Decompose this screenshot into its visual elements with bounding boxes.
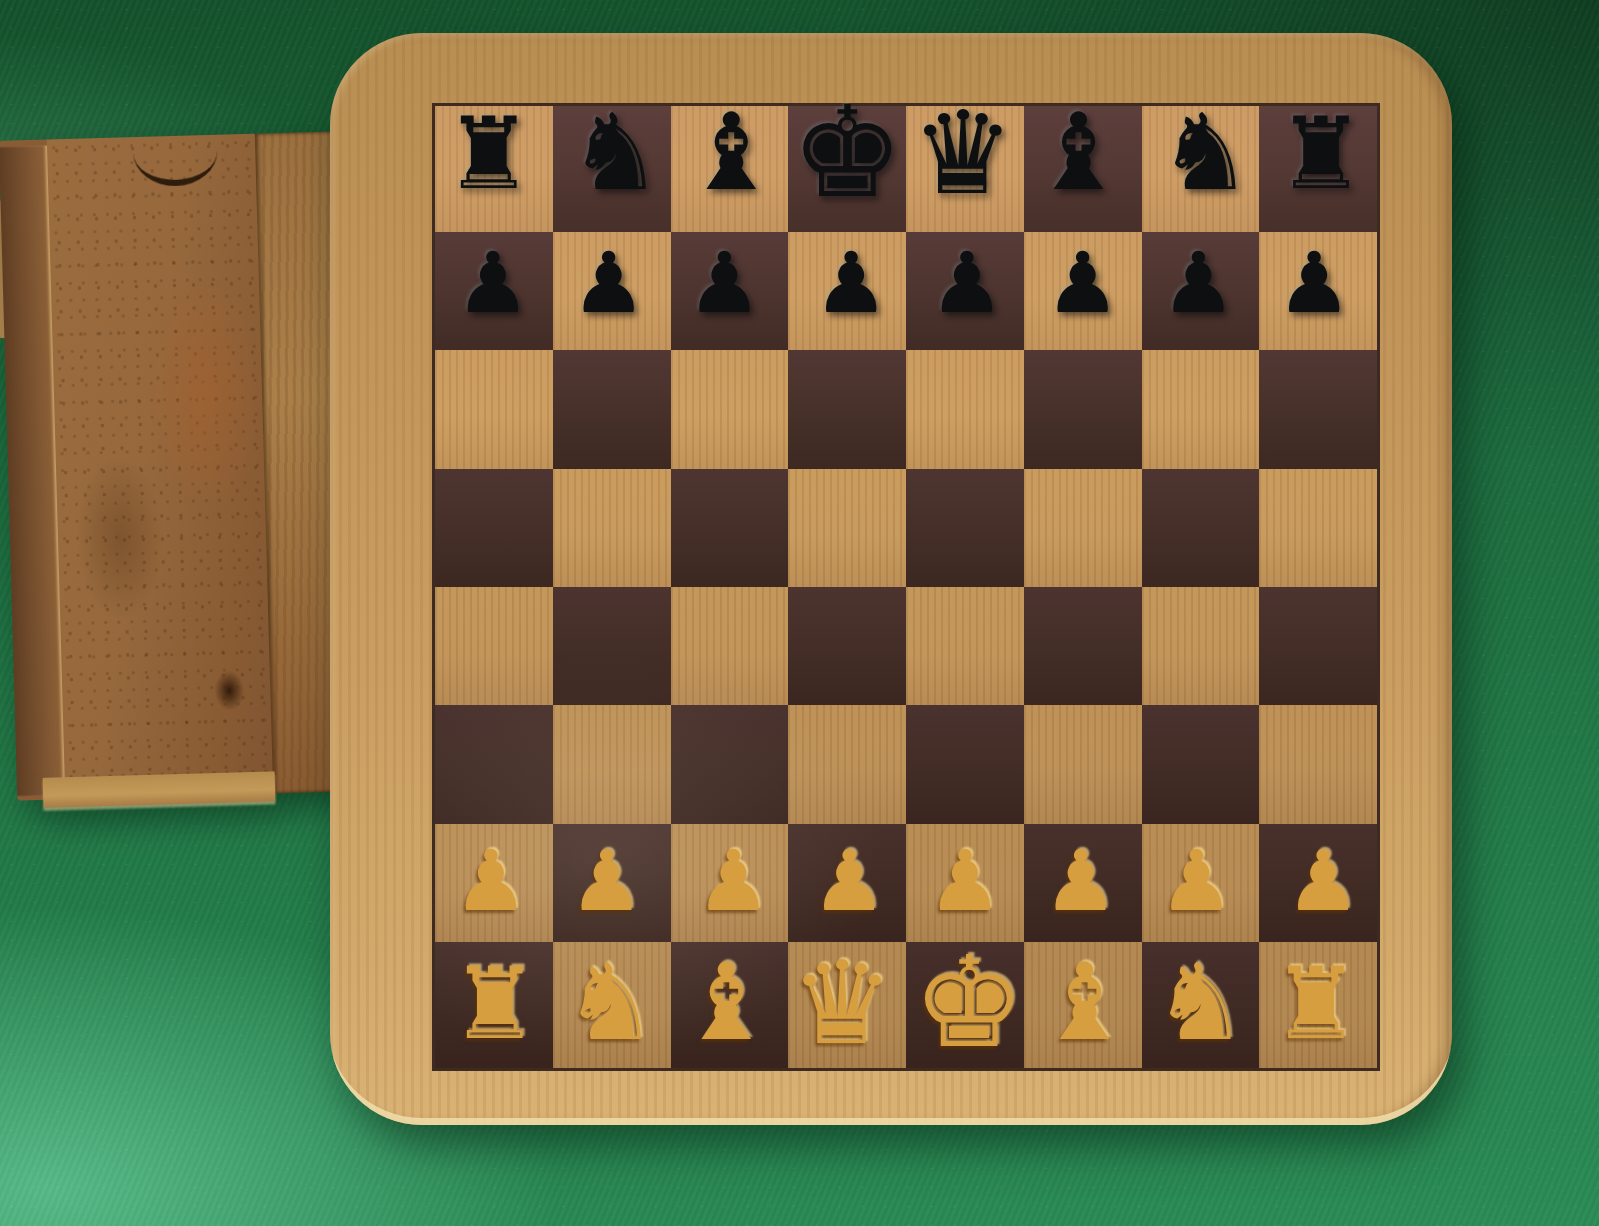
square-a7[interactable]: ♟ [435, 232, 553, 350]
square-b2[interactable]: ♟ [553, 824, 671, 942]
square-f5[interactable] [1024, 469, 1142, 587]
square-b4[interactable] [553, 587, 671, 705]
box-end-cap [43, 771, 276, 807]
square-e2[interactable]: ♟ [906, 824, 1024, 942]
square-g4[interactable] [1142, 587, 1260, 705]
white-pawn[interactable]: ♟ [1043, 839, 1118, 923]
square-g8[interactable]: ♞ [1142, 106, 1260, 232]
white-pawn[interactable]: ♟ [1159, 839, 1234, 923]
square-a1[interactable]: ♜ [435, 942, 553, 1068]
square-f7[interactable]: ♟ [1024, 232, 1142, 350]
white-pawn[interactable]: ♟ [696, 839, 771, 923]
square-d8[interactable]: ♚ [788, 106, 906, 232]
black-queen[interactable]: ♛ [911, 96, 1014, 211]
square-e3[interactable] [906, 705, 1024, 823]
black-pawn[interactable]: ♟ [813, 241, 888, 325]
square-a2[interactable]: ♟ [435, 824, 553, 942]
square-b8[interactable]: ♞ [553, 106, 671, 232]
square-f4[interactable] [1024, 587, 1142, 705]
square-e5[interactable] [906, 469, 1024, 587]
square-f8[interactable]: ♝ [1024, 106, 1142, 232]
square-b5[interactable] [553, 469, 671, 587]
white-knight[interactable]: ♞ [563, 950, 658, 1056]
black-rook[interactable]: ♜ [1277, 104, 1366, 203]
white-pawn[interactable]: ♟ [927, 839, 1002, 923]
box-wood-knot [214, 670, 245, 711]
playing-area: ♜♞♝♚♛♝♞♜♟♟♟♟♟♟♟♟♟♟♟♟♟♟♟♟♜♞♝♛♚♝♞♜ [432, 103, 1380, 1071]
white-knight[interactable]: ♞ [1153, 950, 1248, 1056]
square-g6[interactable] [1142, 350, 1260, 468]
black-pawn[interactable]: ♟ [455, 241, 530, 325]
square-c2[interactable]: ♟ [671, 824, 789, 942]
black-knight[interactable]: ♞ [568, 100, 663, 206]
square-a6[interactable] [435, 350, 553, 468]
box-thumb-notch [133, 151, 218, 187]
square-h2[interactable]: ♟ [1259, 824, 1377, 942]
square-e4[interactable] [906, 587, 1024, 705]
white-pawn[interactable]: ♟ [811, 839, 886, 923]
black-knight[interactable]: ♞ [1158, 100, 1253, 206]
black-pawn[interactable]: ♟ [1276, 241, 1351, 325]
square-d3[interactable] [788, 705, 906, 823]
black-pawn[interactable]: ♟ [571, 241, 646, 325]
square-h8[interactable]: ♜ [1259, 106, 1377, 232]
square-e7[interactable]: ♟ [906, 232, 1024, 350]
square-a4[interactable] [435, 587, 553, 705]
square-h5[interactable] [1259, 469, 1377, 587]
white-pawn[interactable]: ♟ [1285, 839, 1360, 923]
black-pawn[interactable]: ♟ [1161, 241, 1236, 325]
square-c3[interactable] [671, 705, 789, 823]
square-d6[interactable] [788, 350, 906, 468]
square-f3[interactable] [1024, 705, 1142, 823]
square-e8[interactable]: ♛ [906, 106, 1024, 232]
square-c7[interactable]: ♟ [671, 232, 789, 350]
white-king[interactable]: ♚ [912, 940, 1025, 1066]
white-rook[interactable]: ♜ [1272, 954, 1361, 1053]
square-f1[interactable]: ♝ [1024, 942, 1142, 1068]
black-bishop[interactable]: ♝ [684, 100, 779, 206]
square-b6[interactable] [553, 350, 671, 468]
square-d4[interactable] [788, 587, 906, 705]
square-b3[interactable] [553, 705, 671, 823]
scene: ♜♞♝♚♛♝♞♜♟♟♟♟♟♟♟♟♟♟♟♟♟♟♟♟♜♞♝♛♚♝♞♜ [0, 0, 1599, 1226]
chess-board: ♜♞♝♚♛♝♞♜♟♟♟♟♟♟♟♟♟♟♟♟♟♟♟♟♜♞♝♛♚♝♞♜ [330, 33, 1452, 1125]
square-b1[interactable]: ♞ [553, 942, 671, 1068]
square-g7[interactable]: ♟ [1142, 232, 1260, 350]
square-g2[interactable]: ♟ [1142, 824, 1260, 942]
square-f6[interactable] [1024, 350, 1142, 468]
square-g5[interactable] [1142, 469, 1260, 587]
black-pawn[interactable]: ♟ [929, 241, 1004, 325]
square-e6[interactable] [906, 350, 1024, 468]
white-bishop[interactable]: ♝ [1037, 950, 1132, 1056]
square-g1[interactable]: ♞ [1142, 942, 1260, 1068]
square-c6[interactable] [671, 350, 789, 468]
black-rook[interactable]: ♜ [444, 104, 533, 203]
black-pawn[interactable]: ♟ [687, 241, 762, 325]
square-h7[interactable]: ♟ [1259, 232, 1377, 350]
square-h6[interactable] [1259, 350, 1377, 468]
white-queen[interactable]: ♛ [791, 946, 894, 1061]
square-a5[interactable] [435, 469, 553, 587]
square-g3[interactable] [1142, 705, 1260, 823]
square-h4[interactable] [1259, 587, 1377, 705]
square-b7[interactable]: ♟ [553, 232, 671, 350]
square-c1[interactable]: ♝ [671, 942, 789, 1068]
square-c8[interactable]: ♝ [671, 106, 789, 232]
square-e1[interactable]: ♚ [906, 942, 1024, 1068]
square-d7[interactable]: ♟ [788, 232, 906, 350]
white-pawn[interactable]: ♟ [453, 839, 528, 923]
black-king[interactable]: ♚ [791, 90, 904, 216]
square-c4[interactable] [671, 587, 789, 705]
black-pawn[interactable]: ♟ [1045, 241, 1120, 325]
square-d1[interactable]: ♛ [788, 942, 906, 1068]
white-pawn[interactable]: ♟ [569, 839, 644, 923]
box-sliding-lid [47, 134, 273, 786]
white-rook[interactable]: ♜ [450, 954, 539, 1053]
square-a3[interactable] [435, 705, 553, 823]
square-d5[interactable] [788, 469, 906, 587]
square-h1[interactable]: ♜ [1259, 942, 1377, 1068]
square-a8[interactable]: ♜ [435, 106, 553, 232]
white-bishop[interactable]: ♝ [679, 950, 774, 1056]
square-d2[interactable]: ♟ [788, 824, 906, 942]
square-h3[interactable] [1259, 705, 1377, 823]
black-bishop[interactable]: ♝ [1031, 100, 1126, 206]
storage-box [0, 131, 355, 800]
square-c5[interactable] [671, 469, 789, 587]
square-f2[interactable]: ♟ [1024, 824, 1142, 942]
